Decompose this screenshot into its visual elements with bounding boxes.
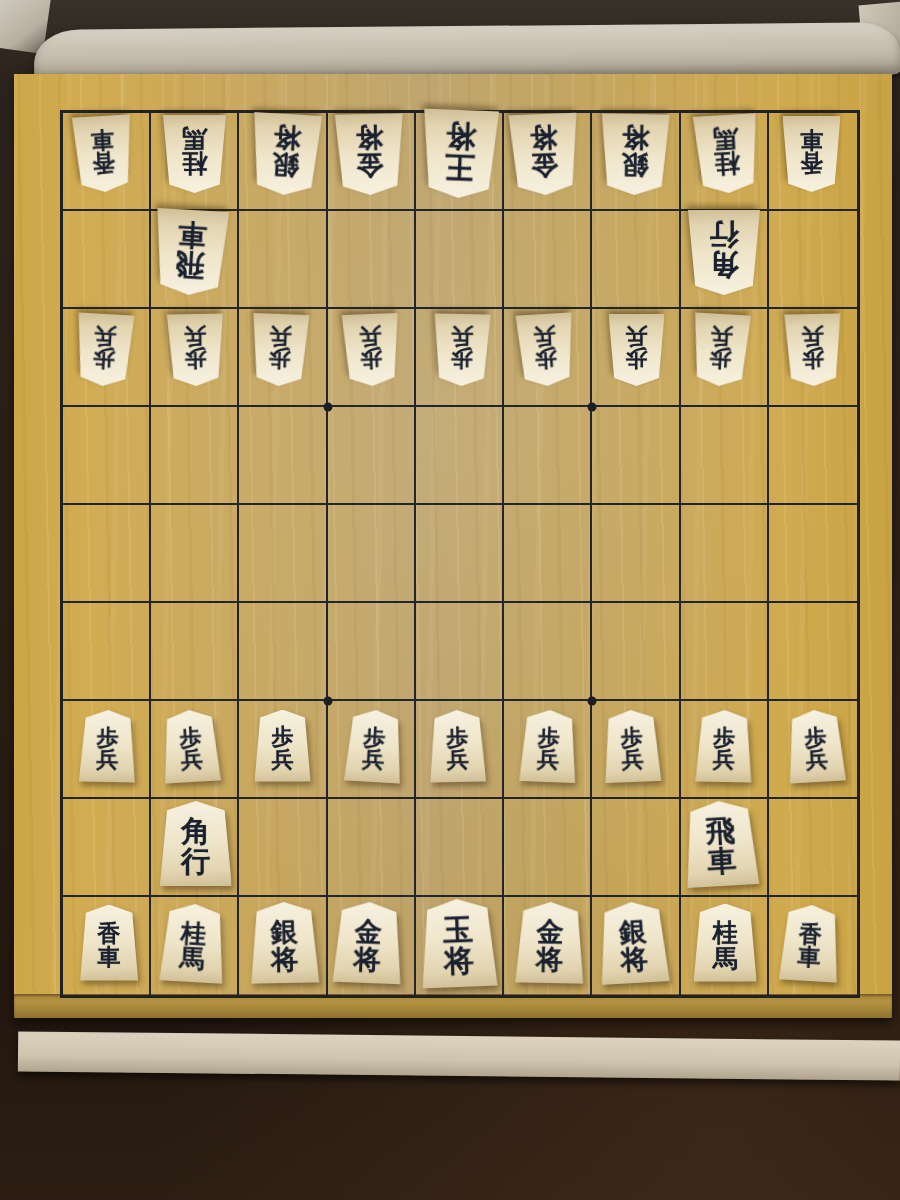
square-8c[interactable]: 歩兵 bbox=[151, 309, 239, 407]
square-1a[interactable]: 香車 bbox=[769, 113, 857, 211]
square-3e[interactable] bbox=[592, 505, 680, 603]
square-5c[interactable]: 歩兵 bbox=[416, 309, 504, 407]
square-7a[interactable]: 銀将 bbox=[239, 113, 327, 211]
square-9b[interactable] bbox=[63, 211, 151, 309]
square-7h[interactable] bbox=[239, 799, 327, 897]
square-1i[interactable]: 香車 bbox=[769, 897, 857, 995]
square-4h[interactable] bbox=[504, 799, 592, 897]
koma-sente-gold[interactable]: 金将 bbox=[332, 901, 403, 985]
koma-kanji: 香車 bbox=[90, 127, 116, 175]
koma-gote-knight[interactable]: 桂馬 bbox=[163, 115, 226, 193]
koma-face: 歩兵 bbox=[786, 708, 846, 783]
square-6h[interactable] bbox=[328, 799, 416, 897]
square-6f[interactable] bbox=[328, 603, 416, 701]
koma-kanji: 王将 bbox=[444, 120, 476, 182]
koma-face: 角行 bbox=[688, 210, 760, 295]
koma-face: 銀将 bbox=[601, 113, 671, 195]
koma-sente-pawn[interactable]: 歩兵 bbox=[161, 708, 221, 783]
square-9f[interactable] bbox=[63, 603, 151, 701]
star-point bbox=[323, 402, 332, 411]
koma-gote-pawn[interactable]: 歩兵 bbox=[691, 312, 751, 387]
koma-kanji: 歩兵 bbox=[801, 324, 824, 369]
square-7i[interactable]: 銀将 bbox=[239, 897, 327, 995]
koma-face: 桂馬 bbox=[693, 113, 760, 194]
koma-gote-rook[interactable]: 飛車 bbox=[153, 207, 230, 296]
koma-sente-knight[interactable]: 桂馬 bbox=[694, 904, 757, 982]
square-8g[interactable]: 歩兵 bbox=[151, 701, 239, 799]
koma-gote-pawn[interactable]: 歩兵 bbox=[167, 313, 224, 386]
square-1h[interactable] bbox=[769, 799, 857, 897]
koma-gote-pawn[interactable]: 歩兵 bbox=[75, 312, 135, 387]
koma-face: 桂馬 bbox=[159, 902, 226, 983]
square-5e[interactable] bbox=[416, 505, 504, 603]
star-point bbox=[588, 696, 597, 705]
koma-face: 金将 bbox=[515, 901, 585, 983]
koma-kanji: 歩兵 bbox=[359, 324, 383, 370]
koma-kanji: 桂馬 bbox=[179, 919, 207, 971]
koma-gote-gold[interactable]: 金将 bbox=[334, 113, 404, 195]
square-1b[interactable] bbox=[769, 211, 857, 309]
koma-face: 香車 bbox=[782, 116, 840, 192]
square-3d[interactable] bbox=[592, 407, 680, 505]
square-5d[interactable] bbox=[416, 407, 504, 505]
square-6b[interactable] bbox=[328, 211, 416, 309]
koma-face: 歩兵 bbox=[609, 314, 665, 386]
koma-kanji: 歩兵 bbox=[709, 324, 734, 370]
koma-gote-pawn[interactable]: 歩兵 bbox=[784, 313, 841, 386]
koma-face: 銀将 bbox=[249, 112, 322, 197]
koma-kanji: 歩兵 bbox=[184, 324, 207, 369]
koma-gote-pawn[interactable]: 歩兵 bbox=[433, 313, 490, 386]
koma-face: 香車 bbox=[80, 905, 138, 981]
koma-face: 歩兵 bbox=[603, 708, 662, 782]
square-2c[interactable]: 歩兵 bbox=[681, 309, 769, 407]
square-7g[interactable]: 歩兵 bbox=[239, 701, 327, 799]
koma-kanji: 歩兵 bbox=[712, 726, 735, 771]
square-7e[interactable] bbox=[239, 505, 327, 603]
square-4f[interactable] bbox=[504, 603, 592, 701]
koma-kanji: 歩兵 bbox=[272, 726, 294, 771]
square-1g[interactable]: 歩兵 bbox=[769, 701, 857, 799]
square-3i[interactable]: 銀将 bbox=[592, 897, 680, 995]
koma-sente-lance[interactable]: 香車 bbox=[80, 905, 138, 981]
koma-sente-silver[interactable]: 銀将 bbox=[249, 901, 319, 983]
koma-sente-pawn[interactable]: 歩兵 bbox=[255, 710, 311, 782]
koma-face: 玉将 bbox=[420, 897, 498, 988]
koma-kanji: 歩兵 bbox=[446, 726, 469, 771]
koma-sente-pawn[interactable]: 歩兵 bbox=[786, 708, 846, 783]
koma-sente-silver[interactable]: 銀将 bbox=[598, 900, 671, 985]
square-8e[interactable] bbox=[151, 505, 239, 603]
koma-face: 歩兵 bbox=[784, 313, 841, 386]
square-2i[interactable]: 桂馬 bbox=[681, 897, 769, 995]
koma-kanji: 歩兵 bbox=[626, 325, 648, 370]
koma-kanji: 桂馬 bbox=[713, 920, 738, 971]
square-5g[interactable]: 歩兵 bbox=[416, 701, 504, 799]
square-9g[interactable]: 歩兵 bbox=[63, 701, 151, 799]
koma-gote-pawn[interactable]: 歩兵 bbox=[250, 313, 309, 387]
star-point bbox=[588, 402, 597, 411]
square-5b[interactable] bbox=[416, 211, 504, 309]
koma-face: 歩兵 bbox=[516, 312, 576, 387]
square-4a[interactable]: 金将 bbox=[504, 113, 592, 211]
koma-gote-silver[interactable]: 銀将 bbox=[249, 112, 322, 197]
square-1d[interactable] bbox=[769, 407, 857, 505]
koma-sente-pawn[interactable]: 歩兵 bbox=[519, 708, 578, 782]
square-8f[interactable] bbox=[151, 603, 239, 701]
square-2f[interactable] bbox=[681, 603, 769, 701]
square-4g[interactable]: 歩兵 bbox=[504, 701, 592, 799]
square-5f[interactable] bbox=[416, 603, 504, 701]
koma-kanji: 金将 bbox=[530, 123, 559, 179]
koma-face: 歩兵 bbox=[433, 313, 490, 386]
koma-sente-king[interactable]: 玉将 bbox=[420, 897, 498, 988]
koma-face: 歩兵 bbox=[519, 708, 578, 782]
koma-gote-knight[interactable]: 桂馬 bbox=[693, 113, 760, 194]
square-5a[interactable]: 王将 bbox=[416, 113, 504, 211]
koma-sente-pawn[interactable]: 歩兵 bbox=[344, 708, 404, 783]
koma-kanji: 桂馬 bbox=[182, 126, 207, 177]
square-5h[interactable] bbox=[416, 799, 504, 897]
koma-sente-rook[interactable]: 飛車 bbox=[682, 799, 759, 888]
koma-face: 歩兵 bbox=[691, 312, 751, 387]
koma-kanji: 桂馬 bbox=[713, 125, 741, 177]
koma-kanji: 飛車 bbox=[175, 219, 207, 280]
koma-kanji: 香車 bbox=[797, 921, 823, 969]
koma-kanji: 歩兵 bbox=[93, 324, 118, 370]
square-7c[interactable]: 歩兵 bbox=[239, 309, 327, 407]
square-2b[interactable]: 角行 bbox=[681, 211, 769, 309]
square-8h[interactable]: 角行 bbox=[151, 799, 239, 897]
koma-kanji: 銀将 bbox=[271, 123, 301, 180]
square-8b[interactable]: 飛車 bbox=[151, 211, 239, 309]
koma-kanji: 香車 bbox=[98, 922, 121, 969]
shogi-board: 香車桂馬銀将金将王将金将銀将桂馬香車飛車角行歩兵歩兵歩兵歩兵歩兵歩兵歩兵歩兵歩兵… bbox=[14, 74, 892, 1018]
square-6d[interactable] bbox=[328, 407, 416, 505]
koma-face: 歩兵 bbox=[255, 710, 311, 782]
koma-sente-gold[interactable]: 金将 bbox=[515, 901, 585, 983]
square-9c[interactable]: 歩兵 bbox=[63, 309, 151, 407]
koma-kanji: 角行 bbox=[181, 817, 210, 876]
koma-face: 飛車 bbox=[682, 799, 759, 888]
koma-face: 歩兵 bbox=[250, 313, 309, 387]
koma-sente-bishop[interactable]: 角行 bbox=[160, 801, 232, 886]
koma-face: 歩兵 bbox=[429, 709, 486, 782]
square-1f[interactable] bbox=[769, 603, 857, 701]
koma-gote-pawn[interactable]: 歩兵 bbox=[609, 314, 665, 386]
square-7f[interactable] bbox=[239, 603, 327, 701]
square-4e[interactable] bbox=[504, 505, 592, 603]
koma-sente-pawn[interactable]: 歩兵 bbox=[79, 709, 136, 782]
star-point bbox=[323, 696, 332, 705]
koma-face: 歩兵 bbox=[167, 313, 224, 386]
koma-kanji: 飛車 bbox=[705, 816, 737, 877]
koma-gote-lance[interactable]: 香車 bbox=[72, 114, 134, 193]
koma-kanji: 歩兵 bbox=[804, 725, 829, 771]
koma-face: 香車 bbox=[779, 903, 841, 982]
square-1c[interactable]: 歩兵 bbox=[769, 309, 857, 407]
square-6i[interactable]: 金将 bbox=[328, 897, 416, 995]
koma-kanji: 銀将 bbox=[619, 917, 649, 974]
square-9a[interactable]: 香車 bbox=[63, 113, 151, 211]
koma-kanji: 歩兵 bbox=[621, 726, 645, 772]
board-grid: 香車桂馬銀将金将王将金将銀将桂馬香車飛車角行歩兵歩兵歩兵歩兵歩兵歩兵歩兵歩兵歩兵… bbox=[60, 110, 860, 998]
square-6c[interactable]: 歩兵 bbox=[328, 309, 416, 407]
square-7d[interactable] bbox=[239, 407, 327, 505]
square-8i[interactable]: 桂馬 bbox=[151, 897, 239, 995]
koma-face: 銀将 bbox=[249, 901, 319, 983]
photo-scene: 香車桂馬銀将金将王将金将銀将桂馬香車飛車角行歩兵歩兵歩兵歩兵歩兵歩兵歩兵歩兵歩兵… bbox=[0, 0, 900, 1200]
koma-face: 王将 bbox=[421, 109, 499, 200]
koma-gote-lance[interactable]: 香車 bbox=[782, 116, 840, 192]
koma-face: 金将 bbox=[332, 901, 403, 985]
square-2h[interactable]: 飛車 bbox=[681, 799, 769, 897]
square-4b[interactable] bbox=[504, 211, 592, 309]
square-9d[interactable] bbox=[63, 407, 151, 505]
koma-face: 角行 bbox=[160, 801, 232, 886]
koma-kanji: 歩兵 bbox=[537, 726, 561, 772]
square-4i[interactable]: 金将 bbox=[504, 897, 592, 995]
koma-face: 金将 bbox=[334, 113, 404, 195]
square-2g[interactable]: 歩兵 bbox=[681, 701, 769, 799]
koma-sente-knight[interactable]: 桂馬 bbox=[159, 902, 226, 983]
koma-face: 歩兵 bbox=[341, 313, 400, 387]
square-5i[interactable]: 玉将 bbox=[416, 897, 504, 995]
square-4c[interactable]: 歩兵 bbox=[504, 309, 592, 407]
square-2e[interactable] bbox=[681, 505, 769, 603]
square-9i[interactable]: 香車 bbox=[63, 897, 151, 995]
square-3c[interactable]: 歩兵 bbox=[592, 309, 680, 407]
koma-gote-king[interactable]: 王将 bbox=[421, 109, 499, 200]
koma-kanji: 角行 bbox=[709, 219, 738, 278]
koma-kanji: 金将 bbox=[355, 123, 383, 179]
square-2d[interactable] bbox=[681, 407, 769, 505]
square-6a[interactable]: 金将 bbox=[328, 113, 416, 211]
koma-kanji: 銀将 bbox=[270, 918, 298, 974]
koma-gote-bishop[interactable]: 角行 bbox=[688, 210, 760, 295]
box-lid-bottom-edge bbox=[18, 1031, 900, 1080]
koma-face: 歩兵 bbox=[75, 312, 135, 387]
square-7b[interactable] bbox=[239, 211, 327, 309]
koma-face: 歩兵 bbox=[344, 708, 404, 783]
koma-gote-gold[interactable]: 金将 bbox=[509, 112, 580, 196]
square-4d[interactable] bbox=[504, 407, 592, 505]
koma-gote-pawn[interactable]: 歩兵 bbox=[516, 312, 576, 387]
square-6e[interactable] bbox=[328, 505, 416, 603]
koma-kanji: 玉将 bbox=[443, 914, 475, 976]
koma-face: 香車 bbox=[72, 114, 134, 193]
koma-kanji: 香車 bbox=[800, 128, 823, 175]
koma-face: 桂馬 bbox=[694, 904, 757, 982]
koma-sente-lance[interactable]: 香車 bbox=[779, 903, 841, 982]
box-lid-top-edge bbox=[34, 22, 900, 82]
koma-kanji: 歩兵 bbox=[361, 725, 386, 771]
square-9h[interactable] bbox=[63, 799, 151, 897]
square-3a[interactable]: 銀将 bbox=[592, 113, 680, 211]
koma-face: 歩兵 bbox=[695, 709, 752, 782]
koma-kanji: 歩兵 bbox=[96, 726, 119, 771]
koma-kanji: 歩兵 bbox=[533, 324, 558, 370]
koma-gote-silver[interactable]: 銀将 bbox=[601, 113, 671, 195]
koma-kanji: 歩兵 bbox=[268, 324, 292, 370]
square-2a[interactable]: 桂馬 bbox=[681, 113, 769, 211]
koma-sente-pawn[interactable]: 歩兵 bbox=[603, 708, 662, 782]
koma-kanji: 金将 bbox=[536, 918, 564, 974]
koma-kanji: 金将 bbox=[353, 917, 382, 973]
square-3h[interactable] bbox=[592, 799, 680, 897]
koma-face: 銀将 bbox=[598, 900, 671, 985]
square-8d[interactable] bbox=[151, 407, 239, 505]
koma-kanji: 銀将 bbox=[621, 123, 649, 179]
square-3b[interactable] bbox=[592, 211, 680, 309]
square-3f[interactable] bbox=[592, 603, 680, 701]
koma-kanji: 歩兵 bbox=[451, 324, 474, 369]
square-6g[interactable]: 歩兵 bbox=[328, 701, 416, 799]
square-3g[interactable]: 歩兵 bbox=[592, 701, 680, 799]
koma-gote-pawn[interactable]: 歩兵 bbox=[341, 313, 400, 387]
koma-face: 飛車 bbox=[153, 207, 230, 296]
koma-sente-pawn[interactable]: 歩兵 bbox=[695, 709, 752, 782]
square-8a[interactable]: 桂馬 bbox=[151, 113, 239, 211]
square-1e[interactable] bbox=[769, 505, 857, 603]
square-9e[interactable] bbox=[63, 505, 151, 603]
koma-face: 桂馬 bbox=[163, 115, 226, 193]
koma-face: 金将 bbox=[509, 112, 580, 196]
koma-sente-pawn[interactable]: 歩兵 bbox=[429, 709, 486, 782]
koma-kanji: 歩兵 bbox=[179, 725, 204, 771]
koma-face: 歩兵 bbox=[79, 709, 136, 782]
koma-face: 歩兵 bbox=[161, 708, 221, 783]
